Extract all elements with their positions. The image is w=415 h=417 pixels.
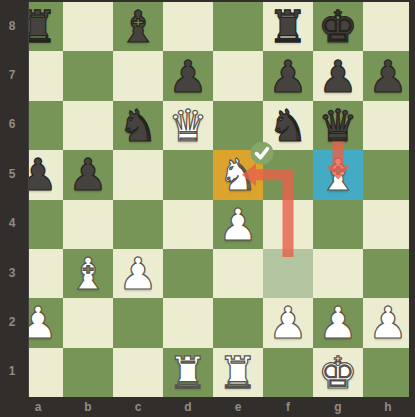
square-b2[interactable] <box>63 298 113 347</box>
rank-label-5: 5 <box>0 167 24 181</box>
top-border <box>0 0 415 2</box>
rank-coordinate-gutter <box>0 0 29 397</box>
right-border <box>409 0 415 417</box>
black-knight[interactable]: ♞ <box>113 101 163 150</box>
rank-label-8: 8 <box>0 19 24 33</box>
square-f3[interactable] <box>263 249 313 298</box>
square-b1[interactable] <box>63 348 113 397</box>
white-pawn[interactable]: ♟ <box>113 249 163 298</box>
square-c2[interactable] <box>113 298 163 347</box>
file-label-f: f <box>278 400 298 414</box>
square-f7[interactable]: ♟ <box>263 51 313 100</box>
file-label-d: d <box>178 400 198 414</box>
file-label-c: c <box>128 400 148 414</box>
square-g6[interactable]: ♛ <box>313 101 363 150</box>
square-b6[interactable] <box>63 101 113 150</box>
square-g8[interactable]: ♚ <box>313 2 363 51</box>
black-pawn[interactable]: ♟ <box>163 51 213 100</box>
square-e4[interactable]: ♟ <box>213 200 263 249</box>
white-pawn[interactable]: ♟ <box>363 298 413 347</box>
square-h5[interactable] <box>363 150 413 199</box>
square-d5[interactable] <box>163 150 213 199</box>
square-h8[interactable] <box>363 2 413 51</box>
square-d3[interactable] <box>163 249 213 298</box>
square-g5[interactable]: ♝ <box>313 150 363 199</box>
square-f4[interactable] <box>263 200 313 249</box>
square-b3[interactable]: ♝ <box>63 249 113 298</box>
white-king[interactable]: ♚ <box>313 348 363 397</box>
square-c3[interactable]: ♟ <box>113 249 163 298</box>
square-e7[interactable] <box>213 51 263 100</box>
rank-label-4: 4 <box>0 216 24 230</box>
square-e8[interactable] <box>213 2 263 51</box>
square-b5[interactable]: ♟ <box>63 150 113 199</box>
square-e5[interactable]: ♞ <box>213 150 263 199</box>
file-label-e: e <box>228 400 248 414</box>
square-c8[interactable]: ♝ <box>113 2 163 51</box>
black-pawn[interactable]: ♟ <box>313 51 363 100</box>
white-queen[interactable]: ♛ <box>163 101 213 150</box>
square-c4[interactable] <box>113 200 163 249</box>
white-rook[interactable]: ♜ <box>213 348 263 397</box>
square-d1[interactable]: ♜ <box>163 348 213 397</box>
square-g2[interactable]: ♟ <box>313 298 363 347</box>
rank-label-1: 1 <box>0 364 24 378</box>
file-label-g: g <box>328 400 348 414</box>
square-b4[interactable] <box>63 200 113 249</box>
square-h4[interactable] <box>363 200 413 249</box>
square-h6[interactable] <box>363 101 413 150</box>
file-label-h: h <box>378 400 398 414</box>
square-d4[interactable] <box>163 200 213 249</box>
white-bishop[interactable]: ♝ <box>63 249 113 298</box>
square-f8[interactable]: ♜ <box>263 2 313 51</box>
square-c6[interactable]: ♞ <box>113 101 163 150</box>
white-pawn[interactable]: ♟ <box>213 200 263 249</box>
white-pawn[interactable]: ♟ <box>313 298 363 347</box>
rank-label-3: 3 <box>0 266 24 280</box>
square-d6[interactable]: ♛ <box>163 101 213 150</box>
square-d8[interactable] <box>163 2 213 51</box>
rank-label-2: 2 <box>0 315 24 329</box>
white-bishop[interactable]: ♝ <box>313 150 363 199</box>
square-g1[interactable]: ♚ <box>313 348 363 397</box>
square-h2[interactable]: ♟ <box>363 298 413 347</box>
white-pawn[interactable]: ♟ <box>263 298 313 347</box>
black-knight[interactable]: ♞ <box>263 101 313 150</box>
black-pawn[interactable]: ♟ <box>363 51 413 100</box>
square-f5[interactable] <box>263 150 313 199</box>
black-king[interactable]: ♚ <box>313 2 363 51</box>
square-e1[interactable]: ♜ <box>213 348 263 397</box>
square-c5[interactable] <box>113 150 163 199</box>
square-e2[interactable] <box>213 298 263 347</box>
white-rook[interactable]: ♜ <box>163 348 213 397</box>
square-f1[interactable] <box>263 348 313 397</box>
square-b8[interactable] <box>63 2 113 51</box>
black-queen[interactable]: ♛ <box>313 101 363 150</box>
square-d2[interactable] <box>163 298 213 347</box>
rank-label-6: 6 <box>0 117 24 131</box>
square-g4[interactable] <box>313 200 363 249</box>
file-label-b: b <box>78 400 98 414</box>
square-f2[interactable]: ♟ <box>263 298 313 347</box>
black-bishop[interactable]: ♝ <box>113 2 163 51</box>
rank-label-7: 7 <box>0 68 24 82</box>
white-knight[interactable]: ♞ <box>213 150 263 199</box>
square-g7[interactable]: ♟ <box>313 51 363 100</box>
square-h1[interactable] <box>363 348 413 397</box>
square-g3[interactable] <box>313 249 363 298</box>
move-origin-square-highlight <box>263 249 313 298</box>
black-rook[interactable]: ♜ <box>263 2 313 51</box>
square-f6[interactable]: ♞ <box>263 101 313 150</box>
black-pawn[interactable]: ♟ <box>263 51 313 100</box>
chess-board[interactable]: ♜♝♜♚♟♟♟♟♞♛♞♛♟♟♞♝♟♝♟♟♟♟♟♜♜♚ <box>13 2 413 397</box>
square-h7[interactable]: ♟ <box>363 51 413 100</box>
file-label-a: a <box>28 400 48 414</box>
square-h3[interactable] <box>363 249 413 298</box>
square-d7[interactable]: ♟ <box>163 51 213 100</box>
square-b7[interactable] <box>63 51 113 100</box>
square-e6[interactable] <box>213 101 263 150</box>
square-e3[interactable] <box>213 249 263 298</box>
square-c7[interactable] <box>113 51 163 100</box>
square-c1[interactable] <box>113 348 163 397</box>
chess-board-screenshot: ♜♝♜♚♟♟♟♟♞♛♞♛♟♟♞♝♟♝♟♟♟♟♟♜♜♚ 87654321abcde… <box>0 0 415 417</box>
black-pawn[interactable]: ♟ <box>63 150 113 199</box>
file-coordinate-gutter <box>0 397 415 417</box>
